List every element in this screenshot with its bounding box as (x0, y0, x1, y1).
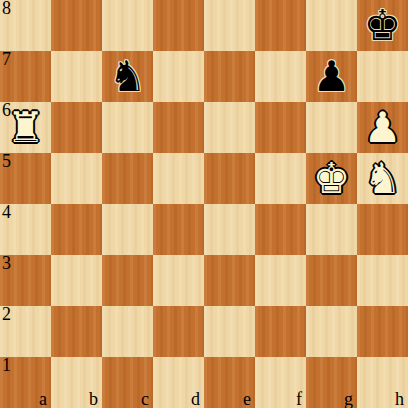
black-pawn-piece[interactable]: ♟ (306, 51, 357, 102)
file-label-c: c (141, 390, 149, 408)
square-c5[interactable] (102, 153, 153, 204)
square-f1[interactable]: f (255, 357, 306, 408)
file-label-a: a (39, 390, 47, 408)
square-b7[interactable] (51, 51, 102, 102)
square-e4[interactable] (204, 204, 255, 255)
square-a7[interactable]: 7 (0, 51, 51, 102)
square-a4[interactable]: 4 (0, 204, 51, 255)
square-b5[interactable] (51, 153, 102, 204)
file-label-h: h (395, 390, 404, 408)
square-h5[interactable]: ♞ (357, 153, 408, 204)
square-h8[interactable]: ♚ (357, 0, 408, 51)
rank-label-1: 1 (2, 356, 11, 374)
square-f5[interactable] (255, 153, 306, 204)
square-f8[interactable] (255, 0, 306, 51)
square-d4[interactable] (153, 204, 204, 255)
rank-label-7: 7 (2, 50, 11, 68)
square-g8[interactable] (306, 0, 357, 51)
square-c2[interactable] (102, 306, 153, 357)
square-b3[interactable] (51, 255, 102, 306)
square-d7[interactable] (153, 51, 204, 102)
square-g7[interactable]: ♟ (306, 51, 357, 102)
square-d1[interactable]: d (153, 357, 204, 408)
white-king-piece[interactable]: ♚ (306, 153, 357, 204)
square-g6[interactable] (306, 102, 357, 153)
square-a3[interactable]: 3 (0, 255, 51, 306)
square-a6[interactable]: 6♜ (0, 102, 51, 153)
square-e6[interactable] (204, 102, 255, 153)
square-f7[interactable] (255, 51, 306, 102)
file-label-e: e (243, 390, 251, 408)
square-f2[interactable] (255, 306, 306, 357)
square-d5[interactable] (153, 153, 204, 204)
square-g4[interactable] (306, 204, 357, 255)
square-b4[interactable] (51, 204, 102, 255)
white-knight-piece[interactable]: ♞ (357, 153, 408, 204)
square-g2[interactable] (306, 306, 357, 357)
black-knight-piece[interactable]: ♞ (102, 51, 153, 102)
square-d8[interactable] (153, 0, 204, 51)
rank-label-2: 2 (2, 305, 11, 323)
square-e3[interactable] (204, 255, 255, 306)
square-d6[interactable] (153, 102, 204, 153)
rank-label-8: 8 (2, 0, 11, 17)
square-h4[interactable] (357, 204, 408, 255)
square-b2[interactable] (51, 306, 102, 357)
square-c7[interactable]: ♞ (102, 51, 153, 102)
rank-label-4: 4 (2, 203, 11, 221)
square-a2[interactable]: 2 (0, 306, 51, 357)
square-b8[interactable] (51, 0, 102, 51)
square-b6[interactable] (51, 102, 102, 153)
square-b1[interactable]: b (51, 357, 102, 408)
square-h2[interactable] (357, 306, 408, 357)
square-c3[interactable] (102, 255, 153, 306)
square-e1[interactable]: e (204, 357, 255, 408)
square-c8[interactable] (102, 0, 153, 51)
square-e8[interactable] (204, 0, 255, 51)
square-g5[interactable]: ♚ (306, 153, 357, 204)
square-f6[interactable] (255, 102, 306, 153)
square-h3[interactable] (357, 255, 408, 306)
square-g3[interactable] (306, 255, 357, 306)
square-c4[interactable] (102, 204, 153, 255)
square-h7[interactable] (357, 51, 408, 102)
rank-label-3: 3 (2, 254, 11, 272)
black-king-piece[interactable]: ♚ (357, 0, 408, 51)
square-f3[interactable] (255, 255, 306, 306)
chess-board: 8♚7♞♟6♜♟5♚♞4321abcdefgh (0, 0, 408, 408)
square-h6[interactable]: ♟ (357, 102, 408, 153)
square-e5[interactable] (204, 153, 255, 204)
square-a5[interactable]: 5 (0, 153, 51, 204)
square-a8[interactable]: 8 (0, 0, 51, 51)
file-label-g: g (344, 390, 353, 408)
square-c6[interactable] (102, 102, 153, 153)
white-pawn-piece[interactable]: ♟ (357, 102, 408, 153)
white-rook-piece[interactable]: ♜ (0, 102, 51, 153)
square-e7[interactable] (204, 51, 255, 102)
square-e2[interactable] (204, 306, 255, 357)
square-f4[interactable] (255, 204, 306, 255)
file-label-f: f (296, 390, 302, 408)
square-h1[interactable]: h (357, 357, 408, 408)
square-c1[interactable]: c (102, 357, 153, 408)
square-d2[interactable] (153, 306, 204, 357)
square-d3[interactable] (153, 255, 204, 306)
file-label-d: d (191, 390, 200, 408)
rank-label-5: 5 (2, 152, 11, 170)
square-a1[interactable]: 1a (0, 357, 51, 408)
square-g1[interactable]: g (306, 357, 357, 408)
file-label-b: b (89, 390, 98, 408)
